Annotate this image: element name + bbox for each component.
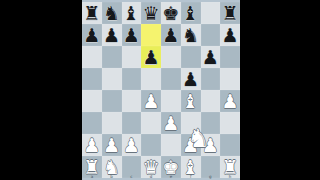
piece-bP-c7[interactable]: ♟ — [122, 24, 142, 46]
animating-white-knight[interactable]: ♞ — [120, 126, 278, 148]
square-c6[interactable] — [122, 46, 142, 68]
piece-bP-f5[interactable]: ♟ — [181, 68, 201, 90]
square-d4[interactable]: ♟ — [141, 90, 161, 112]
square-b5[interactable] — [102, 68, 122, 90]
piece-bQ-d8[interactable]: ♛ — [141, 2, 161, 24]
piece-wP-h4[interactable]: ♟ — [220, 90, 240, 112]
file-label-b: b — [102, 175, 122, 179]
piece-wP-d4[interactable]: ♟ — [141, 90, 161, 112]
piece-bP-a7[interactable]: ♟ — [82, 24, 102, 46]
piece-bP-g6[interactable]: ♟ — [201, 46, 221, 68]
square-e7[interactable]: ♟ — [161, 24, 181, 46]
square-f4[interactable]: ♝ — [181, 90, 201, 112]
square-a4[interactable] — [82, 90, 102, 112]
piece-bR-a8[interactable]: ♜ — [82, 2, 102, 24]
square-a7[interactable]: ♟ — [82, 24, 102, 46]
file-coordinates: abcdefgh — [82, 175, 240, 179]
piece-bN-b8[interactable]: ♞ — [102, 2, 122, 24]
square-h6[interactable] — [220, 46, 240, 68]
square-d6[interactable]: ♟ — [141, 46, 161, 68]
square-d5[interactable] — [141, 68, 161, 90]
square-h7[interactable]: ♟ — [220, 24, 240, 46]
piece-wB-f4[interactable]: ♝ — [181, 90, 201, 112]
piece-bP-b7[interactable]: ♟ — [102, 24, 122, 46]
file-label-a: a — [82, 175, 102, 179]
board-top-edge — [82, 0, 240, 2]
square-g5[interactable] — [201, 68, 221, 90]
square-e8[interactable]: ♚ — [161, 2, 181, 24]
file-label-e: e — [161, 175, 181, 179]
square-b4[interactable] — [102, 90, 122, 112]
file-label-d: d — [141, 175, 161, 179]
square-d8[interactable]: ♛ — [141, 2, 161, 24]
piece-bP-d6[interactable]: ♟ — [141, 46, 161, 68]
piece-bB-c8[interactable]: ♝ — [122, 2, 142, 24]
square-c7[interactable]: ♟ — [122, 24, 142, 46]
square-b8[interactable]: ♞ — [102, 2, 122, 24]
board-grid: ♜♞♝♛♚♝♜♟♟♟♟♞♟♟♟♟♟♝♟♟♟♟♟♟♟♜♞♛♚♝♜ — [82, 2, 240, 178]
file-label-c: c — [122, 175, 142, 179]
file-label-h: h — [220, 175, 240, 179]
piece-bR-h8[interactable]: ♜ — [220, 2, 240, 24]
piece-bK-e8[interactable]: ♚ — [161, 2, 181, 24]
square-c4[interactable] — [122, 90, 142, 112]
square-h8[interactable]: ♜ — [220, 2, 240, 24]
square-f8[interactable]: ♝ — [181, 2, 201, 24]
square-c5[interactable] — [122, 68, 142, 90]
square-g8[interactable] — [201, 2, 221, 24]
square-f7[interactable]: ♞ — [181, 24, 201, 46]
square-h5[interactable] — [220, 68, 240, 90]
piece-bP-e7[interactable]: ♟ — [161, 24, 181, 46]
square-e5[interactable] — [161, 68, 181, 90]
square-b6[interactable] — [102, 46, 122, 68]
chess-board: ♜♞♝♛♚♝♜♟♟♟♟♞♟♟♟♟♟♝♟♟♟♟♟♟♟♜♞♛♚♝♜ abcdefgh… — [82, 0, 240, 180]
square-a6[interactable] — [82, 46, 102, 68]
square-h4[interactable]: ♟ — [220, 90, 240, 112]
piece-bB-f8[interactable]: ♝ — [181, 2, 201, 24]
piece-wP-a2[interactable]: ♟ — [82, 134, 102, 156]
square-f6[interactable] — [181, 46, 201, 68]
square-a5[interactable] — [82, 68, 102, 90]
square-f5[interactable]: ♟ — [181, 68, 201, 90]
square-e4[interactable] — [161, 90, 181, 112]
square-a8[interactable]: ♜ — [82, 2, 102, 24]
square-b7[interactable]: ♟ — [102, 24, 122, 46]
square-a3[interactable] — [82, 112, 102, 134]
piece-bN-f7[interactable]: ♞ — [181, 24, 201, 46]
square-g4[interactable] — [201, 90, 221, 112]
square-c8[interactable]: ♝ — [122, 2, 142, 24]
piece-bP-h7[interactable]: ♟ — [220, 24, 240, 46]
file-label-g: g — [201, 175, 221, 179]
square-a2[interactable]: ♟ — [82, 134, 102, 156]
file-label-f: f — [181, 175, 201, 179]
square-g7[interactable] — [201, 24, 221, 46]
square-g6[interactable]: ♟ — [201, 46, 221, 68]
thumbnail-background: ♜♞♝♛♚♝♜♟♟♟♟♞♟♟♟♟♟♝♟♟♟♟♟♟♟♜♞♛♚♝♜ abcdefgh… — [0, 0, 320, 180]
square-e6[interactable] — [161, 46, 181, 68]
square-d7[interactable] — [141, 24, 161, 46]
